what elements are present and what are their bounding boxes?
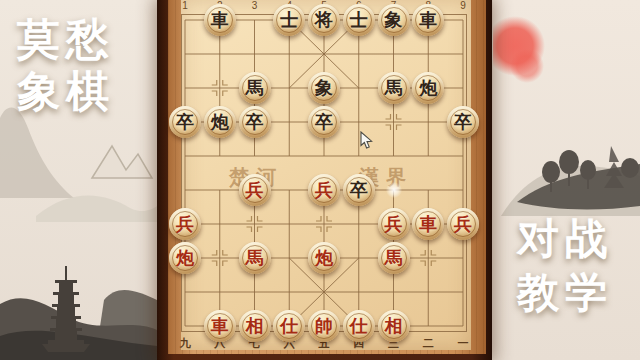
piece-glyph: 炮 (176, 249, 194, 267)
ink-trees (517, 146, 640, 209)
piece-glyph: 帥 (315, 317, 333, 335)
xiangqi-piece-red[interactable]: 馬 (378, 242, 410, 274)
piece-glyph: 士 (280, 11, 298, 29)
xiangqi-piece-black[interactable]: 車 (204, 4, 236, 36)
piece-glyph: 象 (315, 79, 333, 97)
xiangqi-piece-red[interactable]: 車 (204, 310, 236, 342)
xiangqi-piece-black[interactable]: 卒 (169, 106, 201, 138)
xiangqi-piece-red[interactable]: 帥 (308, 310, 340, 342)
xiangqi-piece-black[interactable]: 馬 (378, 72, 410, 104)
xiangqi-piece-red[interactable]: 仕 (273, 310, 305, 342)
piece-glyph: 象 (385, 11, 403, 29)
xiangqi-piece-black[interactable]: 卒 (239, 106, 271, 138)
xiangqi-piece-red[interactable]: 炮 (169, 242, 201, 274)
piece-glyph: 馬 (246, 79, 264, 97)
xiangqi-piece-black[interactable]: 象 (308, 72, 340, 104)
xiangqi-piece-red[interactable]: 兵 (169, 208, 201, 240)
app-title-banner: 莫愁 象棋 (6, 14, 126, 117)
file-label-top: 1 (176, 0, 194, 11)
xiangqi-piece-red[interactable]: 兵 (378, 208, 410, 240)
file-label-top: 9 (454, 0, 472, 11)
piece-glyph: 仕 (350, 317, 368, 335)
piece-glyph: 車 (211, 11, 229, 29)
file-label-bottom: 二 (419, 336, 437, 351)
piece-glyph: 兵 (385, 215, 403, 233)
piece-glyph: 兵 (176, 215, 194, 233)
xiangqi-piece-red[interactable]: 相 (378, 310, 410, 342)
app-title-line1: 莫愁 (6, 14, 126, 66)
xiangqi-piece-black[interactable]: 将 (308, 4, 340, 36)
subtitle-line1: 对战 (507, 212, 623, 266)
piece-glyph: 炮 (315, 249, 333, 267)
piece-glyph: 車 (419, 215, 437, 233)
xiangqi-piece-red[interactable]: 炮 (308, 242, 340, 274)
xiangqi-piece-black[interactable]: 炮 (204, 106, 236, 138)
piece-glyph: 相 (246, 317, 264, 335)
piece-glyph: 兵 (246, 181, 264, 199)
xiangqi-piece-black[interactable]: 馬 (239, 72, 271, 104)
file-label-bottom: 九 (176, 336, 194, 351)
piece-glyph: 車 (419, 11, 437, 29)
subtitle-line2: 教学 (507, 266, 623, 320)
piece-glyph: 兵 (315, 181, 333, 199)
piece-glyph: 卒 (454, 113, 472, 131)
xiangqi-piece-black[interactable]: 士 (273, 4, 305, 36)
xiangqi-piece-red[interactable]: 相 (239, 310, 271, 342)
xiangqi-piece-black[interactable]: 車 (412, 4, 444, 36)
xiangqi-piece-black[interactable]: 卒 (343, 174, 375, 206)
piece-glyph: 馬 (385, 79, 403, 97)
piece-glyph: 兵 (454, 215, 472, 233)
xiangqi-piece-black[interactable]: 象 (378, 4, 410, 36)
file-label-top: 3 (246, 0, 264, 11)
xiangqi-piece-black[interactable]: 卒 (447, 106, 479, 138)
xiangqi-piece-black[interactable]: 炮 (412, 72, 444, 104)
xiangqi-piece-red[interactable]: 仕 (343, 310, 375, 342)
xiangqi-piece-black[interactable]: 士 (343, 4, 375, 36)
move-hint-dot (386, 182, 402, 198)
piece-glyph: 卒 (315, 113, 333, 131)
xiangqi-board: 123456789 楚河 漢界 車士将士象車馬象馬炮卒炮卒卒卒兵兵卒兵兵車兵炮馬… (157, 0, 492, 360)
piece-glyph: 相 (385, 317, 403, 335)
piece-glyph: 仕 (280, 317, 298, 335)
piece-glyph: 卒 (176, 113, 194, 131)
xiangqi-piece-black[interactable]: 卒 (308, 106, 340, 138)
xiangqi-piece-red[interactable]: 車 (412, 208, 444, 240)
board-wood-border: 123456789 楚河 漢界 車士将士象車馬象馬炮卒炮卒卒卒兵兵卒兵兵車兵炮馬… (168, 0, 486, 354)
left-art-panel: 莫愁 象棋 (0, 0, 157, 360)
piece-glyph: 車 (211, 317, 229, 335)
piece-glyph: 将 (315, 11, 333, 29)
piece-glyph: 馬 (385, 249, 403, 267)
mouse-cursor (360, 131, 374, 150)
xiangqi-piece-red[interactable]: 兵 (447, 208, 479, 240)
piece-glyph: 士 (350, 11, 368, 29)
xiangqi-piece-red[interactable]: 兵 (239, 174, 271, 206)
xiangqi-piece-red[interactable]: 馬 (239, 242, 271, 274)
piece-glyph: 馬 (246, 249, 264, 267)
app-title-line2: 象棋 (6, 66, 126, 118)
file-label-bottom: 一 (454, 336, 472, 351)
piece-glyph: 炮 (419, 79, 437, 97)
xiangqi-piece-red[interactable]: 兵 (308, 174, 340, 206)
right-art-panel: 对战 教学 (493, 0, 640, 360)
piece-glyph: 卒 (350, 181, 368, 199)
subtitle-banner: 对战 教学 (507, 212, 623, 320)
app-window: 莫愁 象棋 (0, 0, 640, 360)
piece-glyph: 卒 (246, 113, 264, 131)
board-surface[interactable]: 123456789 楚河 漢界 車士将士象車馬象馬炮卒炮卒卒卒兵兵卒兵兵車兵炮馬… (181, 0, 471, 350)
piece-glyph: 炮 (211, 113, 229, 131)
